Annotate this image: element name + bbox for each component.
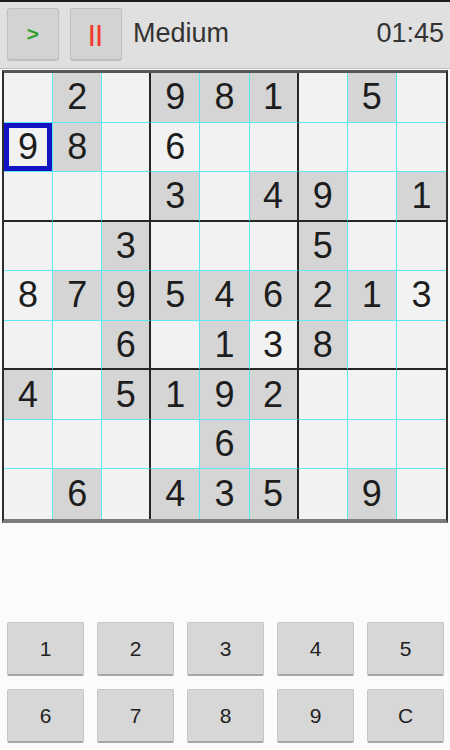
cell-r1c7[interactable] [299,73,348,123]
cell-r9c7[interactable] [299,469,348,519]
cell-r1c6[interactable]: 1 [250,73,299,123]
cell-r2c2[interactable]: 8 [53,123,102,173]
cell-r9c8[interactable]: 9 [348,469,397,519]
cell-r2c1[interactable]: 9 [4,123,53,173]
cell-r3c9[interactable]: 1 [397,172,446,222]
cell-r2c9[interactable] [397,123,446,173]
play-button[interactable]: > [7,8,59,60]
cell-r7c8[interactable] [348,370,397,420]
cell-r1c2[interactable]: 2 [53,73,102,123]
cell-r5c3[interactable]: 9 [102,271,151,321]
cell-r4c3[interactable]: 3 [102,222,151,272]
cell-r1c1[interactable] [4,73,53,123]
cell-r9c1[interactable] [4,469,53,519]
cell-r6c3[interactable]: 6 [102,321,151,371]
cell-r3c7[interactable]: 9 [299,172,348,222]
cell-r4c6[interactable] [250,222,299,272]
cell-r8c9[interactable] [397,420,446,470]
top-bar: > || Medium 01:45 [0,0,450,69]
cell-r8c5[interactable]: 6 [200,420,249,470]
cell-r6c5[interactable]: 1 [200,321,249,371]
cell-r3c3[interactable] [102,172,151,222]
pause-button[interactable]: || [70,8,122,60]
cell-r6c1[interactable] [4,321,53,371]
cell-r3c8[interactable] [348,172,397,222]
cell-r8c4[interactable] [151,420,200,470]
cell-r4c1[interactable] [4,222,53,272]
numpad-button-2[interactable]: 2 [97,622,174,676]
cell-r5c6[interactable]: 6 [250,271,299,321]
cell-r8c8[interactable] [348,420,397,470]
cell-r1c8[interactable]: 5 [348,73,397,123]
cell-r9c6[interactable]: 5 [250,469,299,519]
cell-r4c2[interactable] [53,222,102,272]
cell-r1c9[interactable] [397,73,446,123]
cell-r5c4[interactable]: 5 [151,271,200,321]
cell-r6c4[interactable] [151,321,200,371]
cell-r1c5[interactable]: 8 [200,73,249,123]
cell-r9c4[interactable]: 4 [151,469,200,519]
cell-r5c1[interactable]: 8 [4,271,53,321]
cell-r2c5[interactable] [200,123,249,173]
cell-r7c4[interactable]: 1 [151,370,200,420]
cell-r2c7[interactable] [299,123,348,173]
sudoku-board: 29815986349135879546213613845192664359 [2,70,448,523]
numpad-button-7[interactable]: 7 [97,689,174,743]
cell-r7c1[interactable]: 4 [4,370,53,420]
cell-r6c8[interactable] [348,321,397,371]
sudoku-app: > || Medium 01:45 2981598634913587954621… [0,0,450,750]
game-timer: 01:45 [376,18,444,49]
cell-r6c6[interactable]: 3 [250,321,299,371]
cell-r3c2[interactable] [53,172,102,222]
cell-r4c8[interactable] [348,222,397,272]
cell-r4c9[interactable] [397,222,446,272]
cell-r8c6[interactable] [250,420,299,470]
cell-r7c9[interactable] [397,370,446,420]
numpad-button-4[interactable]: 4 [277,622,354,676]
cell-r9c3[interactable] [102,469,151,519]
cell-r7c7[interactable] [299,370,348,420]
numpad-button-1[interactable]: 1 [7,622,84,676]
difficulty-title: Medium [133,18,229,49]
cell-r2c3[interactable] [102,123,151,173]
cell-r3c1[interactable] [4,172,53,222]
cell-r9c9[interactable] [397,469,446,519]
cell-r7c6[interactable]: 2 [250,370,299,420]
cell-r5c2[interactable]: 7 [53,271,102,321]
number-pad: 123456789C [7,622,444,743]
play-icon: > [27,22,39,46]
numpad-button-6[interactable]: 6 [7,689,84,743]
pause-icon: || [89,21,103,47]
cell-r8c7[interactable] [299,420,348,470]
cell-r7c3[interactable]: 5 [102,370,151,420]
cell-r3c6[interactable]: 4 [250,172,299,222]
cell-r9c2[interactable]: 6 [53,469,102,519]
cell-r6c2[interactable] [53,321,102,371]
cell-r5c5[interactable]: 4 [200,271,249,321]
cell-r6c7[interactable]: 8 [299,321,348,371]
cell-r8c3[interactable] [102,420,151,470]
cell-r7c5[interactable]: 9 [200,370,249,420]
numpad-button-3[interactable]: 3 [187,622,264,676]
cell-r5c8[interactable]: 1 [348,271,397,321]
cell-r1c4[interactable]: 9 [151,73,200,123]
cell-r5c9[interactable]: 3 [397,271,446,321]
cell-r4c5[interactable] [200,222,249,272]
numpad-button-8[interactable]: 8 [187,689,264,743]
cell-r2c4[interactable]: 6 [151,123,200,173]
cell-r2c6[interactable] [250,123,299,173]
numpad-button-9[interactable]: 9 [277,689,354,743]
cell-r7c2[interactable] [53,370,102,420]
cell-r2c8[interactable] [348,123,397,173]
numpad-button-5[interactable]: 5 [367,622,444,676]
cell-r1c3[interactable] [102,73,151,123]
cell-r5c7[interactable]: 2 [299,271,348,321]
numpad-button-c[interactable]: C [367,689,444,743]
cell-r6c9[interactable] [397,321,446,371]
cell-r9c5[interactable]: 3 [200,469,249,519]
cell-r8c2[interactable] [53,420,102,470]
cell-r3c4[interactable]: 3 [151,172,200,222]
cell-r4c7[interactable]: 5 [299,222,348,272]
cell-r3c5[interactable] [200,172,249,222]
top-status-line [0,0,450,2]
cell-r4c4[interactable] [151,222,200,272]
cell-r8c1[interactable] [4,420,53,470]
